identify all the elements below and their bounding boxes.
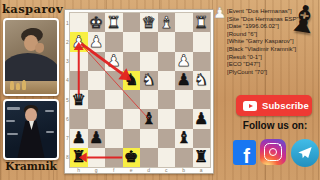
follow-us-text: Follow us on: xyxy=(236,120,314,131)
rank-labels: 12345678 xyxy=(65,13,70,167)
square-e5 xyxy=(123,90,141,109)
square-f1: ♜ xyxy=(105,13,123,32)
square-g5 xyxy=(88,90,106,109)
square-h6 xyxy=(70,109,88,128)
piece-bR-a8: ♜ xyxy=(194,149,208,165)
square-h3 xyxy=(70,52,88,71)
square-c6 xyxy=(158,109,176,128)
piece-wK-g1: ♚ xyxy=(89,15,103,31)
file-label-c: c xyxy=(158,167,176,173)
square-h2: ♟ xyxy=(70,32,88,51)
rank-label-7: 7 xyxy=(65,129,70,148)
subscribe-label: Subscribe xyxy=(262,100,309,111)
square-g1: ♚ xyxy=(88,13,106,32)
square-g7: ♟ xyxy=(88,129,106,148)
file-label-d: d xyxy=(140,167,158,173)
file-label-e: e xyxy=(123,167,141,173)
square-d4: ♞ xyxy=(140,71,158,90)
square-c8 xyxy=(158,148,176,167)
piece-wN-a4: ♞ xyxy=(194,72,208,88)
piece-bP-h7: ♟ xyxy=(72,130,86,146)
square-g2: ♟ xyxy=(88,32,106,51)
file-label-a: a xyxy=(193,167,211,173)
player-name-top: kasparov xyxy=(2,2,60,16)
square-b8 xyxy=(175,148,193,167)
pgn-tag: [Result "0-1"] xyxy=(227,54,319,62)
kramnik-photo-image xyxy=(5,101,57,158)
square-e4: ♞ xyxy=(123,71,141,90)
square-b2 xyxy=(175,32,193,51)
piece-bN-e4: ♞ xyxy=(124,72,138,88)
piece-bR-h8: ♜ xyxy=(72,149,86,165)
file-label-g: g xyxy=(88,167,106,173)
square-b5 xyxy=(175,90,193,109)
facebook-f-glyph: f xyxy=(243,148,250,165)
telegram-icon[interactable] xyxy=(291,139,319,167)
black-bishop-deco-icon: ♝ xyxy=(284,0,320,43)
piece-bP-b4: ♟ xyxy=(177,72,191,88)
square-e3 xyxy=(123,52,141,71)
square-h7: ♟ xyxy=(70,129,88,148)
piece-wP-f3: ♟ xyxy=(107,53,121,69)
square-d8 xyxy=(140,148,158,167)
rank-label-1: 1 xyxy=(65,13,70,32)
square-e2 xyxy=(123,32,141,51)
square-h5: ♛ xyxy=(70,90,88,109)
piece-bQ-h5: ♛ xyxy=(72,92,86,108)
square-b7: ♝ xyxy=(175,129,193,148)
telegram-plane-icon xyxy=(297,145,313,161)
rank-label-5: 5 xyxy=(65,90,70,109)
youtube-play-icon xyxy=(243,101,257,111)
square-b1 xyxy=(175,13,193,32)
piece-wR-f1: ♜ xyxy=(107,15,121,31)
square-g4 xyxy=(88,71,106,90)
piece-wP-g2: ♟ xyxy=(89,34,103,50)
square-c1: ♝ xyxy=(158,13,176,32)
piece-bP-g7: ♟ xyxy=(89,130,103,146)
piece-bP-a6: ♟ xyxy=(194,111,208,127)
rank-label-4: 4 xyxy=(65,71,70,90)
kramnik-photo xyxy=(3,99,59,160)
instagram-lens xyxy=(269,148,277,156)
square-a7 xyxy=(193,129,211,148)
subscribe-button[interactable]: Subscribe xyxy=(236,95,312,116)
square-g3 xyxy=(88,52,106,71)
video-thumbnail: kasparov Kramnik ♚♜♛♝♜♟♟♟♟♞♞♟♞♛♝♟♟♟♝♜♚♜ … xyxy=(0,0,320,180)
square-e1 xyxy=(123,13,141,32)
piece-wN-d4: ♞ xyxy=(142,72,156,88)
square-f2 xyxy=(105,32,123,51)
kasparov-photo-image xyxy=(5,20,57,94)
instagram-icon[interactable] xyxy=(260,139,286,165)
pgn-tag: [ECO "D47"] xyxy=(227,61,319,69)
square-d1: ♛ xyxy=(140,13,158,32)
square-a6: ♟ xyxy=(193,109,211,128)
piece-bB-b7: ♝ xyxy=(177,130,191,146)
piece-wQ-d1: ♛ xyxy=(142,15,156,31)
square-a5 xyxy=(193,90,211,109)
square-h4 xyxy=(70,71,88,90)
square-e8: ♚ xyxy=(123,148,141,167)
square-a2 xyxy=(193,32,211,51)
rank-label-3: 3 xyxy=(65,52,70,71)
file-label-f: f xyxy=(105,167,123,173)
pgn-tag: [Black "Vladimir Kramnik"] xyxy=(227,46,319,54)
square-b4: ♟ xyxy=(175,71,193,90)
square-e7 xyxy=(123,129,141,148)
square-f3: ♟ xyxy=(105,52,123,71)
pgn-tag: [PlyCount "70"] xyxy=(227,69,319,77)
file-label-b: b xyxy=(175,167,193,173)
square-e6 xyxy=(123,109,141,128)
square-d6: ♝ xyxy=(140,109,158,128)
square-f4 xyxy=(105,71,123,90)
square-c5 xyxy=(158,90,176,109)
square-h8: ♜ xyxy=(70,148,88,167)
piece-wB-c1: ♝ xyxy=(159,15,173,31)
rank-label-8: 8 xyxy=(65,148,70,167)
square-d2 xyxy=(140,32,158,51)
square-d7 xyxy=(140,129,158,148)
square-a4: ♞ xyxy=(193,71,211,90)
square-a3 xyxy=(193,52,211,71)
piece-wP-h2: ♟ xyxy=(72,34,86,50)
board-grid: ♚♜♛♝♜♟♟♟♟♞♞♟♞♛♝♟♟♟♝♜♚♜ xyxy=(70,13,210,167)
piece-bK-e8: ♚ xyxy=(124,149,138,165)
file-labels: hgfedcba xyxy=(70,167,210,173)
square-c2 xyxy=(158,32,176,51)
facebook-icon[interactable]: f xyxy=(233,140,256,165)
square-d5 xyxy=(140,90,158,109)
chess-board: ♚♜♛♝♜♟♟♟♟♞♞♟♞♛♝♟♟♟♝♜♚♜ 12345678 hgfedcba xyxy=(64,9,214,174)
square-a1: ♜ xyxy=(193,13,211,32)
square-f6 xyxy=(105,109,123,128)
rank-label-6: 6 xyxy=(65,109,70,128)
piece-bB-d6: ♝ xyxy=(142,111,156,127)
square-c4 xyxy=(158,71,176,90)
square-b3: ♟ xyxy=(175,52,193,71)
square-b6 xyxy=(175,109,193,128)
file-label-h: h xyxy=(70,167,88,173)
square-f7 xyxy=(105,129,123,148)
square-d3 xyxy=(140,52,158,71)
white-pawn-deco-icon: ♟ xyxy=(213,4,226,22)
square-f8 xyxy=(105,148,123,167)
player-name-bottom: Kramnik xyxy=(2,160,60,172)
square-f5 xyxy=(105,90,123,109)
square-a8: ♜ xyxy=(193,148,211,167)
square-h1 xyxy=(70,13,88,32)
piece-wP-b3: ♟ xyxy=(177,53,191,69)
square-g6 xyxy=(88,109,106,128)
square-g8 xyxy=(88,148,106,167)
rank-label-2: 2 xyxy=(65,32,70,51)
piece-wR-a1: ♜ xyxy=(194,15,208,31)
square-c7 xyxy=(158,129,176,148)
kasparov-photo xyxy=(3,18,59,96)
square-c3 xyxy=(158,52,176,71)
